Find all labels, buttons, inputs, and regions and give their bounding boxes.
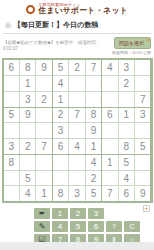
cell-r2c3[interactable] (36, 76, 51, 91)
cell-r4c5[interactable]: 7 (69, 108, 84, 123)
cell-r3c6[interactable] (86, 92, 101, 107)
cell-r6c5[interactable]: 4 (69, 139, 84, 154)
cell-r3c4[interactable]: 1 (53, 92, 68, 107)
cell-r7c7[interactable]: 1 (102, 155, 117, 170)
box-1: 52741 (53, 60, 101, 106)
cell-r9c7[interactable]: 7 (102, 186, 117, 201)
digit-3-button[interactable]: 3 (88, 208, 104, 219)
cell-r5c6[interactable]: 9 (86, 123, 101, 138)
cell-r6c8[interactable]: 8 (119, 139, 134, 154)
keypad: + ✒✎☑123456789?CⅡ○ (34, 208, 140, 245)
cell-r5c8[interactable] (119, 123, 134, 138)
box-2: 4327 (102, 60, 150, 106)
cell-r8c3[interactable] (36, 171, 51, 186)
cell-r6c9[interactable]: 5 (135, 139, 150, 154)
cell-r2c9[interactable] (135, 76, 150, 91)
cell-r7c6[interactable]: 4 (86, 155, 101, 170)
cell-r7c8[interactable]: 5 (119, 155, 134, 170)
divider (3, 33, 151, 34)
cell-r8c4[interactable] (53, 171, 68, 186)
footer-strip (0, 242, 154, 250)
cell-r9c8[interactable]: 6 (119, 186, 134, 201)
digit-6-button[interactable]: 6 (88, 221, 104, 232)
cell-r1c1[interactable]: 6 (4, 60, 19, 75)
cell-r7c2[interactable] (20, 155, 35, 170)
cell-r1c4[interactable]: 5 (53, 60, 68, 75)
cell-r3c8[interactable] (119, 92, 134, 107)
cell-r5c5[interactable] (69, 123, 84, 138)
cell-r9c5[interactable]: 3 (69, 186, 84, 201)
cell-r7c4[interactable] (53, 155, 68, 170)
latest-problem-note: 最新問題：10/16 公開 (112, 50, 151, 55)
cell-r9c9[interactable]: 9 (135, 186, 150, 201)
cell-r3c3[interactable]: 2 (36, 92, 51, 107)
cell-r9c1[interactable] (4, 186, 19, 201)
cell-r2c1[interactable] (4, 76, 19, 91)
cell-r6c4[interactable]: 6 (53, 139, 68, 154)
cell-r1c9[interactable] (135, 60, 150, 75)
digit-1-button[interactable]: 1 (52, 208, 68, 219)
memo-pencil-icon[interactable]: ✎ (34, 221, 50, 232)
status-text: 【初級◆初めての数独◆】を解答中 経過時間：0:01:07 (3, 37, 111, 52)
cell-r9c3[interactable]: 1 (36, 186, 51, 201)
select-problem-label: 問題を選択 (119, 40, 144, 46)
box-6: 8541 (4, 155, 52, 201)
digit-5-button[interactable]: 5 (70, 221, 86, 232)
bullet-icon: ◎ (5, 21, 11, 29)
cell-r6c2[interactable]: 2 (20, 139, 35, 154)
cell-r1c6[interactable]: 7 (86, 60, 101, 75)
cell-r1c5[interactable]: 2 (69, 60, 84, 75)
cell-r8c2[interactable]: 5 (20, 171, 35, 186)
cell-r4c3[interactable] (36, 108, 51, 123)
select-problem-button[interactable]: 問題を選択 × (114, 37, 151, 49)
cell-r7c3[interactable] (36, 155, 51, 170)
cell-r3c9[interactable]: 7 (135, 92, 150, 107)
title-row: ◎ 【毎日更新！】今日の数独 (0, 16, 154, 32)
cell-r5c9[interactable] (135, 123, 150, 138)
box-5: 61385 (102, 108, 150, 154)
cell-r9c6[interactable]: 5 (86, 186, 101, 201)
cell-r4c9[interactable]: 3 (135, 108, 150, 123)
cell-r9c4[interactable]: 8 (53, 186, 68, 201)
logo-title: 住まいサポート・ネット (38, 7, 128, 16)
cell-r2c6[interactable] (86, 76, 101, 91)
cell-r4c2[interactable]: 9 (20, 108, 35, 123)
site-logo-icon (26, 5, 35, 14)
site-header: 工務店検索Webサイト 住まいサポート・ネット (0, 0, 154, 16)
cell-r4c1[interactable]: 5 (4, 108, 19, 123)
cell-r8c6[interactable]: 2 (86, 171, 101, 186)
site-logo[interactable]: 工務店検索Webサイト 住まいサポート・ネット (38, 3, 128, 16)
cell-r4c7[interactable]: 6 (102, 108, 117, 123)
cell-r2c5[interactable] (69, 76, 84, 91)
cell-r8c5[interactable] (69, 171, 84, 186)
box-0: 689132 (4, 60, 52, 106)
cell-r6c1[interactable]: 3 (4, 139, 19, 154)
cell-r5c7[interactable] (102, 123, 117, 138)
box-8: 154769 (102, 155, 150, 201)
new-badge: × (147, 37, 150, 43)
cell-r4c8[interactable]: 1 (119, 108, 134, 123)
sudoku-board: 6891325274143275932727839641613858541428… (2, 58, 153, 203)
cell-r3c5[interactable] (69, 92, 84, 107)
cell-r8c8[interactable]: 4 (119, 171, 134, 186)
cell-r6c7[interactable] (102, 139, 117, 154)
cell-r6c3[interactable]: 7 (36, 139, 51, 154)
zoom-plus-button[interactable]: + (143, 205, 150, 212)
cell-r8c9[interactable] (135, 171, 150, 186)
cell-r1c3[interactable]: 9 (36, 60, 51, 75)
cell-r1c8[interactable]: 3 (119, 60, 134, 75)
cell-r5c2[interactable] (20, 123, 35, 138)
cell-r4c6[interactable]: 8 (86, 108, 101, 123)
hint-button[interactable]: ? (106, 221, 122, 232)
status-row: 【初級◆初めての数独◆】を解答中 経過時間：0:01:07 問題を選択 × 最新… (0, 35, 154, 55)
cell-r2c7[interactable] (102, 76, 117, 91)
cell-r7c9[interactable] (135, 155, 150, 170)
cell-r2c8[interactable]: 2 (119, 76, 134, 91)
cell-r7c5[interactable] (69, 155, 84, 170)
cell-r3c7[interactable] (102, 92, 117, 107)
box-3: 59327 (4, 108, 52, 154)
cell-r7c1[interactable]: 8 (4, 155, 19, 170)
page-title: 【毎日更新！】今日の数独 (14, 20, 98, 30)
digit-2-button[interactable]: 2 (70, 208, 86, 219)
cell-r3c2[interactable]: 3 (20, 92, 35, 107)
cell-r9c2[interactable]: 4 (20, 186, 35, 201)
cell-r8c1[interactable] (4, 171, 19, 186)
cell-r5c4[interactable]: 3 (53, 123, 68, 138)
cell-r8c7[interactable] (102, 171, 117, 186)
cell-r1c7[interactable]: 4 (102, 60, 117, 75)
cell-r5c1[interactable] (4, 123, 19, 138)
cell-r5c3[interactable] (36, 123, 51, 138)
cell-r4c4[interactable]: 2 (53, 108, 68, 123)
answer-pen-icon[interactable]: ✒ (34, 208, 50, 219)
digit-4-button[interactable]: 4 (52, 221, 68, 232)
cell-r3c1[interactable] (4, 92, 19, 107)
cell-r2c4[interactable]: 4 (53, 76, 68, 91)
box-4: 27839641 (53, 108, 101, 154)
cell-r6c6[interactable]: 1 (86, 139, 101, 154)
cell-r1c2[interactable]: 8 (20, 60, 35, 75)
box-7: 42835 (53, 155, 101, 201)
clear-button[interactable]: C (124, 221, 140, 232)
cell-r2c2[interactable]: 1 (20, 76, 35, 91)
